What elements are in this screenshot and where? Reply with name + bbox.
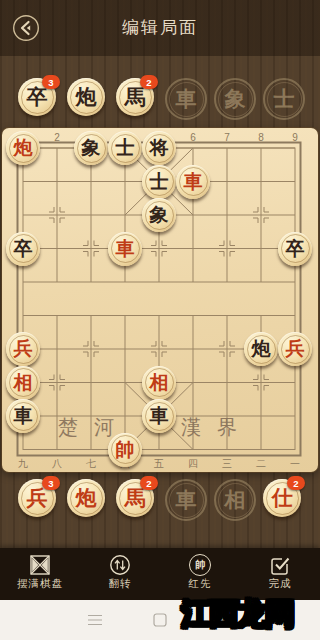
done-icon: [269, 554, 291, 576]
piece-glyph: 車: [176, 486, 197, 514]
piece-glyph: 炮: [76, 83, 97, 111]
piece-glyph: 車: [14, 403, 33, 429]
fill-board-button[interactable]: 摆满棋盘: [0, 552, 80, 598]
piece-glyph: 士: [116, 135, 135, 161]
header-bar: 编辑局面: [0, 0, 320, 56]
tray-piece-red-馬[interactable]: 馬2: [116, 479, 154, 517]
piece-glyph: 炮: [14, 135, 33, 161]
piece-count-badge: 2: [140, 476, 158, 490]
board-piece-black-士[interactable]: 士: [142, 165, 176, 199]
file-label-top: 2: [47, 132, 67, 143]
piece-count-badge: 3: [42, 476, 60, 490]
flip-label: 翻转: [80, 577, 160, 591]
tray-piece-black-士: 士: [263, 78, 305, 120]
red-first-icon-glyph: 帥: [195, 558, 205, 572]
piece-glyph: 士: [150, 169, 169, 195]
board-piece-black-卒[interactable]: 卒: [6, 232, 40, 266]
piece-glyph: 帥: [116, 437, 135, 463]
piece-glyph: 車: [176, 85, 197, 113]
tray-piece-black-車: 車: [165, 78, 207, 120]
file-label-top: 8: [251, 132, 271, 143]
board-piece-red-相[interactable]: 相: [142, 366, 176, 400]
page-title: 编辑局面: [0, 0, 320, 56]
file-label-bottom: 四: [183, 457, 203, 471]
tray-piece-red-炮[interactable]: 炮: [67, 479, 105, 517]
recents-icon[interactable]: [87, 614, 103, 626]
piece-count-badge: 2: [140, 75, 158, 89]
fill-board-label: 摆满棋盘: [0, 577, 80, 591]
board-piece-red-車[interactable]: 車: [108, 232, 142, 266]
piece-glyph: 車: [116, 236, 135, 262]
done-label: 完成: [240, 577, 320, 591]
piece-glyph: 象: [82, 135, 101, 161]
piece-glyph: 炮: [252, 336, 271, 362]
river-label-right: 漢界: [181, 414, 253, 441]
tray-piece-black-炮[interactable]: 炮: [67, 78, 105, 116]
board-piece-red-兵[interactable]: 兵: [278, 332, 312, 366]
piece-glyph: 炮: [76, 484, 97, 512]
tray-piece-red-兵[interactable]: 兵3: [18, 479, 56, 517]
watermark-orange-text: 江西: [181, 597, 237, 630]
file-label-top: 7: [217, 132, 237, 143]
board-piece-black-車[interactable]: 車: [6, 399, 40, 433]
board-piece-red-帥[interactable]: 帥: [108, 433, 142, 467]
fill-board-icon: [29, 554, 51, 576]
red-first-icon: 帥: [189, 554, 211, 576]
board-piece-red-炮[interactable]: 炮: [6, 131, 40, 165]
board-piece-black-炮[interactable]: 炮: [244, 332, 278, 366]
piece-glyph: 車: [184, 169, 203, 195]
flip-button[interactable]: 翻转: [80, 552, 160, 598]
tray-piece-black-卒[interactable]: 卒3: [18, 78, 56, 116]
tray-piece-black-馬[interactable]: 馬2: [116, 78, 154, 116]
board-piece-black-将[interactable]: 将: [142, 131, 176, 165]
flip-icon: [109, 554, 131, 576]
board-piece-red-車[interactable]: 車: [176, 165, 210, 199]
piece-glyph: 兵: [286, 336, 305, 362]
tray-piece-red-相: 相: [214, 479, 256, 521]
piece-count-badge: 3: [42, 75, 60, 89]
file-label-bottom: 七: [81, 457, 101, 471]
board-piece-black-車[interactable]: 車: [142, 399, 176, 433]
file-label-top: 6: [183, 132, 203, 143]
board-piece-black-士[interactable]: 士: [108, 131, 142, 165]
file-label-bottom: 八: [47, 457, 67, 471]
piece-glyph: 象: [150, 202, 169, 228]
piece-glyph: 将: [150, 135, 169, 161]
piece-glyph: 相: [150, 370, 169, 396]
file-label-bottom: 三: [217, 457, 237, 471]
done-button[interactable]: 完成: [240, 552, 320, 598]
red-first-label: 红先: [160, 577, 240, 591]
tray-piece-red-仕[interactable]: 仕2: [263, 479, 301, 517]
piece-glyph: 卒: [14, 236, 33, 262]
piece-glyph: 象: [225, 85, 246, 113]
piece-glyph: 兵: [14, 336, 33, 362]
red-first-button[interactable]: 帥 红先: [160, 552, 240, 598]
piece-glyph: 卒: [286, 236, 305, 262]
piece-count-badge: 2: [287, 476, 305, 490]
piece-glyph: 車: [150, 403, 169, 429]
board-piece-black-卒[interactable]: 卒: [278, 232, 312, 266]
bottom-toolbar: 摆满棋盘 翻转 帥 红先 完成: [0, 548, 320, 600]
board-piece-red-相[interactable]: 相: [6, 366, 40, 400]
board-piece-red-兵[interactable]: 兵: [6, 332, 40, 366]
piece-glyph: 相: [225, 486, 246, 514]
watermark-white-text: 龙网: [237, 597, 293, 630]
home-icon[interactable]: [153, 613, 167, 627]
file-label-bottom: 五: [149, 457, 169, 471]
file-label-bottom: 一: [285, 457, 305, 471]
file-label-bottom: 九: [13, 457, 33, 471]
app-screen: 编辑局面 卒3炮馬2車象士 123456789 九八七六五四三二一 楚河 漢界 …: [0, 0, 320, 640]
board-piece-black-象[interactable]: 象: [74, 131, 108, 165]
tray-piece-black-象: 象: [214, 78, 256, 120]
watermark: 江西龙网: [181, 594, 293, 635]
piece-glyph: 士: [274, 85, 295, 113]
file-label-top: 9: [285, 132, 305, 143]
piece-glyph: 相: [14, 370, 33, 396]
board-piece-black-象[interactable]: 象: [142, 198, 176, 232]
tray-piece-red-車: 車: [165, 479, 207, 521]
file-label-bottom: 二: [251, 457, 271, 471]
